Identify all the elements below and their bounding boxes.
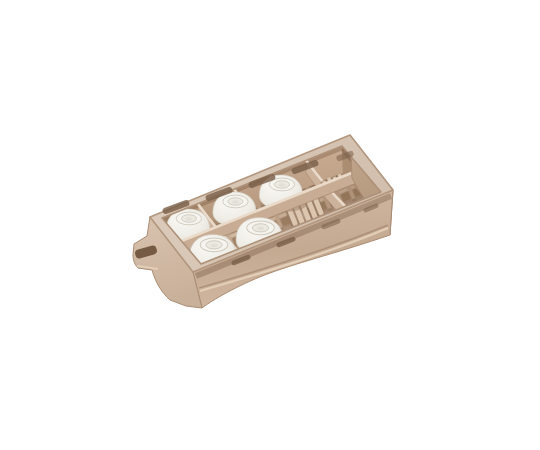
dish-rack-photo [0,0,540,450]
glass-rack [133,135,393,308]
product-photo-stage [0,0,540,450]
